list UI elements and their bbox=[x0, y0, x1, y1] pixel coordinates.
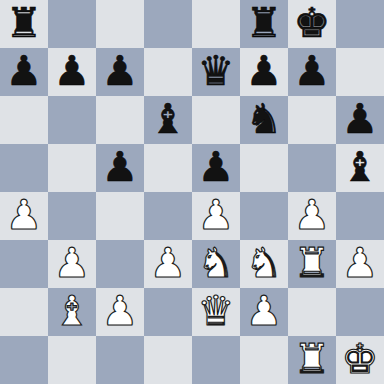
square-e4[interactable]: ♟ bbox=[192, 192, 240, 240]
piece-black-queen[interactable]: ♛ bbox=[198, 47, 235, 95]
piece-black-pawn[interactable]: ♟ bbox=[54, 47, 91, 95]
square-b2[interactable]: ♝ bbox=[48, 288, 96, 336]
piece-white-pawn[interactable]: ♟ bbox=[6, 191, 43, 239]
piece-white-pawn[interactable]: ♟ bbox=[342, 239, 379, 287]
square-c8[interactable] bbox=[96, 0, 144, 48]
square-c4[interactable] bbox=[96, 192, 144, 240]
square-e8[interactable] bbox=[192, 0, 240, 48]
square-h4[interactable] bbox=[336, 192, 384, 240]
square-b7[interactable]: ♟ bbox=[48, 48, 96, 96]
square-f2[interactable]: ♟ bbox=[240, 288, 288, 336]
square-d2[interactable] bbox=[144, 288, 192, 336]
square-e6[interactable] bbox=[192, 96, 240, 144]
piece-white-queen[interactable]: ♛ bbox=[198, 287, 235, 335]
piece-black-pawn[interactable]: ♟ bbox=[6, 47, 43, 95]
square-c1[interactable] bbox=[96, 336, 144, 384]
square-c6[interactable] bbox=[96, 96, 144, 144]
square-d5[interactable] bbox=[144, 144, 192, 192]
square-b4[interactable] bbox=[48, 192, 96, 240]
square-h6[interactable]: ♟ bbox=[336, 96, 384, 144]
square-a6[interactable] bbox=[0, 96, 48, 144]
piece-white-king[interactable]: ♚ bbox=[342, 335, 379, 383]
piece-white-knight[interactable]: ♞ bbox=[198, 239, 235, 287]
square-h1[interactable]: ♚ bbox=[336, 336, 384, 384]
square-e5[interactable]: ♟ bbox=[192, 144, 240, 192]
square-g7[interactable]: ♟ bbox=[288, 48, 336, 96]
piece-black-king[interactable]: ♚ bbox=[294, 0, 331, 47]
square-d4[interactable] bbox=[144, 192, 192, 240]
piece-white-pawn[interactable]: ♟ bbox=[294, 191, 331, 239]
square-e2[interactable]: ♛ bbox=[192, 288, 240, 336]
piece-white-pawn[interactable]: ♟ bbox=[198, 191, 235, 239]
piece-black-pawn[interactable]: ♟ bbox=[246, 47, 283, 95]
piece-black-bishop[interactable]: ♝ bbox=[150, 95, 187, 143]
square-g2[interactable] bbox=[288, 288, 336, 336]
square-b8[interactable] bbox=[48, 0, 96, 48]
square-h7[interactable] bbox=[336, 48, 384, 96]
square-f1[interactable] bbox=[240, 336, 288, 384]
square-f8[interactable]: ♜ bbox=[240, 0, 288, 48]
square-f3[interactable]: ♞ bbox=[240, 240, 288, 288]
piece-white-rook[interactable]: ♜ bbox=[294, 335, 331, 383]
square-c5[interactable]: ♟ bbox=[96, 144, 144, 192]
square-h8[interactable] bbox=[336, 0, 384, 48]
piece-black-rook[interactable]: ♜ bbox=[6, 0, 43, 47]
square-f7[interactable]: ♟ bbox=[240, 48, 288, 96]
square-f6[interactable]: ♞ bbox=[240, 96, 288, 144]
square-b1[interactable] bbox=[48, 336, 96, 384]
square-h2[interactable] bbox=[336, 288, 384, 336]
piece-black-pawn[interactable]: ♟ bbox=[102, 143, 139, 191]
square-b6[interactable] bbox=[48, 96, 96, 144]
square-g6[interactable] bbox=[288, 96, 336, 144]
square-c7[interactable]: ♟ bbox=[96, 48, 144, 96]
piece-black-pawn[interactable]: ♟ bbox=[294, 47, 331, 95]
piece-white-pawn[interactable]: ♟ bbox=[246, 287, 283, 335]
square-g5[interactable] bbox=[288, 144, 336, 192]
piece-white-rook[interactable]: ♜ bbox=[294, 239, 331, 287]
piece-white-pawn[interactable]: ♟ bbox=[102, 287, 139, 335]
square-a7[interactable]: ♟ bbox=[0, 48, 48, 96]
square-a5[interactable] bbox=[0, 144, 48, 192]
piece-white-bishop[interactable]: ♝ bbox=[54, 287, 91, 335]
piece-black-pawn[interactable]: ♟ bbox=[102, 47, 139, 95]
square-d6[interactable]: ♝ bbox=[144, 96, 192, 144]
square-a8[interactable]: ♜ bbox=[0, 0, 48, 48]
square-g4[interactable]: ♟ bbox=[288, 192, 336, 240]
square-b3[interactable]: ♟ bbox=[48, 240, 96, 288]
square-d8[interactable] bbox=[144, 0, 192, 48]
square-d7[interactable] bbox=[144, 48, 192, 96]
square-g3[interactable]: ♜ bbox=[288, 240, 336, 288]
square-c3[interactable] bbox=[96, 240, 144, 288]
square-d1[interactable] bbox=[144, 336, 192, 384]
square-e3[interactable]: ♞ bbox=[192, 240, 240, 288]
square-e1[interactable] bbox=[192, 336, 240, 384]
square-f5[interactable] bbox=[240, 144, 288, 192]
square-a4[interactable]: ♟ bbox=[0, 192, 48, 240]
square-h3[interactable]: ♟ bbox=[336, 240, 384, 288]
piece-white-knight[interactable]: ♞ bbox=[246, 239, 283, 287]
square-a3[interactable] bbox=[0, 240, 48, 288]
square-f4[interactable] bbox=[240, 192, 288, 240]
square-d3[interactable]: ♟ bbox=[144, 240, 192, 288]
square-g1[interactable]: ♜ bbox=[288, 336, 336, 384]
square-c2[interactable]: ♟ bbox=[96, 288, 144, 336]
square-a1[interactable] bbox=[0, 336, 48, 384]
piece-white-pawn[interactable]: ♟ bbox=[54, 239, 91, 287]
square-h5[interactable]: ♝ bbox=[336, 144, 384, 192]
square-e7[interactable]: ♛ bbox=[192, 48, 240, 96]
chess-board: ♜♜♚♟♟♟♛♟♟♝♞♟♟♟♝♟♟♟♟♟♞♞♜♟♝♟♛♟♜♚ bbox=[0, 0, 384, 384]
square-b5[interactable] bbox=[48, 144, 96, 192]
piece-black-knight[interactable]: ♞ bbox=[246, 95, 283, 143]
square-g8[interactable]: ♚ bbox=[288, 0, 336, 48]
square-a2[interactable] bbox=[0, 288, 48, 336]
piece-white-pawn[interactable]: ♟ bbox=[150, 239, 187, 287]
piece-black-rook[interactable]: ♜ bbox=[246, 0, 283, 47]
piece-black-pawn[interactable]: ♟ bbox=[342, 95, 379, 143]
piece-black-pawn[interactable]: ♟ bbox=[198, 143, 235, 191]
piece-black-bishop[interactable]: ♝ bbox=[342, 143, 379, 191]
